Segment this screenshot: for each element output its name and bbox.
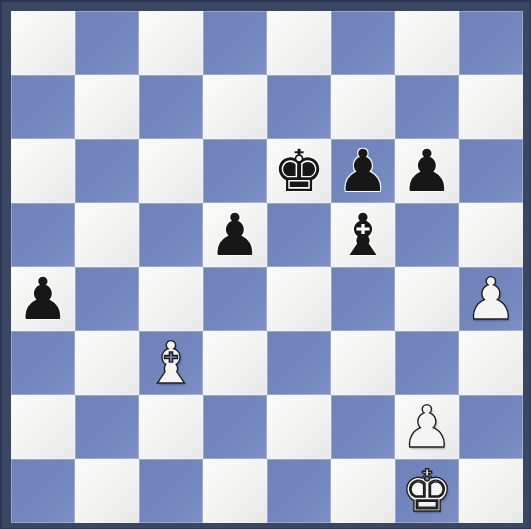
square-e7[interactable]: [267, 75, 331, 139]
square-c8[interactable]: [139, 11, 203, 75]
square-a5[interactable]: [11, 203, 75, 267]
square-g2[interactable]: ♟: [395, 395, 459, 459]
square-g5[interactable]: [395, 203, 459, 267]
square-a7[interactable]: [11, 75, 75, 139]
square-d5[interactable]: ♟: [203, 203, 267, 267]
square-a6[interactable]: [11, 139, 75, 203]
square-c1[interactable]: [139, 459, 203, 523]
square-e6[interactable]: ♚: [267, 139, 331, 203]
square-g7[interactable]: [395, 75, 459, 139]
square-b6[interactable]: [75, 139, 139, 203]
square-a8[interactable]: [11, 11, 75, 75]
square-b2[interactable]: [75, 395, 139, 459]
square-g3[interactable]: [395, 331, 459, 395]
square-f4[interactable]: [331, 267, 395, 331]
square-h2[interactable]: [459, 395, 523, 459]
square-d7[interactable]: [203, 75, 267, 139]
square-d1[interactable]: [203, 459, 267, 523]
square-e8[interactable]: [267, 11, 331, 75]
square-e3[interactable]: [267, 331, 331, 395]
white-king-g1[interactable]: ♚: [395, 459, 459, 523]
square-f3[interactable]: [331, 331, 395, 395]
square-g4[interactable]: [395, 267, 459, 331]
black-pawn-d5[interactable]: ♟: [203, 203, 267, 267]
square-b3[interactable]: [75, 331, 139, 395]
square-e5[interactable]: [267, 203, 331, 267]
white-bishop-c3[interactable]: ♝: [139, 331, 203, 395]
white-pawn-h4[interactable]: ♟: [459, 267, 523, 331]
chess-board: ♚♟♟♟♝♟♟♝♟♚: [11, 11, 523, 523]
square-d2[interactable]: [203, 395, 267, 459]
square-f7[interactable]: [331, 75, 395, 139]
black-king-e6[interactable]: ♚: [267, 139, 331, 203]
black-pawn-f6[interactable]: ♟: [331, 139, 395, 203]
square-a4[interactable]: ♟: [11, 267, 75, 331]
square-b1[interactable]: [75, 459, 139, 523]
square-c7[interactable]: [139, 75, 203, 139]
black-pawn-a4[interactable]: ♟: [11, 267, 75, 331]
square-h7[interactable]: [459, 75, 523, 139]
square-f8[interactable]: [331, 11, 395, 75]
square-a3[interactable]: [11, 331, 75, 395]
square-b4[interactable]: [75, 267, 139, 331]
square-g1[interactable]: ♚: [395, 459, 459, 523]
square-h1[interactable]: [459, 459, 523, 523]
square-c6[interactable]: [139, 139, 203, 203]
square-f6[interactable]: ♟: [331, 139, 395, 203]
black-bishop-f5[interactable]: ♝: [331, 203, 395, 267]
square-e2[interactable]: [267, 395, 331, 459]
square-f5[interactable]: ♝: [331, 203, 395, 267]
square-c5[interactable]: [139, 203, 203, 267]
square-h3[interactable]: [459, 331, 523, 395]
square-f2[interactable]: [331, 395, 395, 459]
square-h5[interactable]: [459, 203, 523, 267]
square-d8[interactable]: [203, 11, 267, 75]
square-a1[interactable]: [11, 459, 75, 523]
square-a2[interactable]: [11, 395, 75, 459]
square-f1[interactable]: [331, 459, 395, 523]
square-b7[interactable]: [75, 75, 139, 139]
square-d6[interactable]: [203, 139, 267, 203]
square-b5[interactable]: [75, 203, 139, 267]
square-b8[interactable]: [75, 11, 139, 75]
square-e1[interactable]: [267, 459, 331, 523]
square-d4[interactable]: [203, 267, 267, 331]
square-c3[interactable]: ♝: [139, 331, 203, 395]
square-h8[interactable]: [459, 11, 523, 75]
square-d3[interactable]: [203, 331, 267, 395]
square-h6[interactable]: [459, 139, 523, 203]
square-c4[interactable]: [139, 267, 203, 331]
square-c2[interactable]: [139, 395, 203, 459]
board-frame: ♚♟♟♟♝♟♟♝♟♚: [0, 0, 531, 529]
square-g8[interactable]: [395, 11, 459, 75]
square-g6[interactable]: ♟: [395, 139, 459, 203]
white-pawn-g2[interactable]: ♟: [395, 395, 459, 459]
black-pawn-g6[interactable]: ♟: [395, 139, 459, 203]
square-e4[interactable]: [267, 267, 331, 331]
square-h4[interactable]: ♟: [459, 267, 523, 331]
